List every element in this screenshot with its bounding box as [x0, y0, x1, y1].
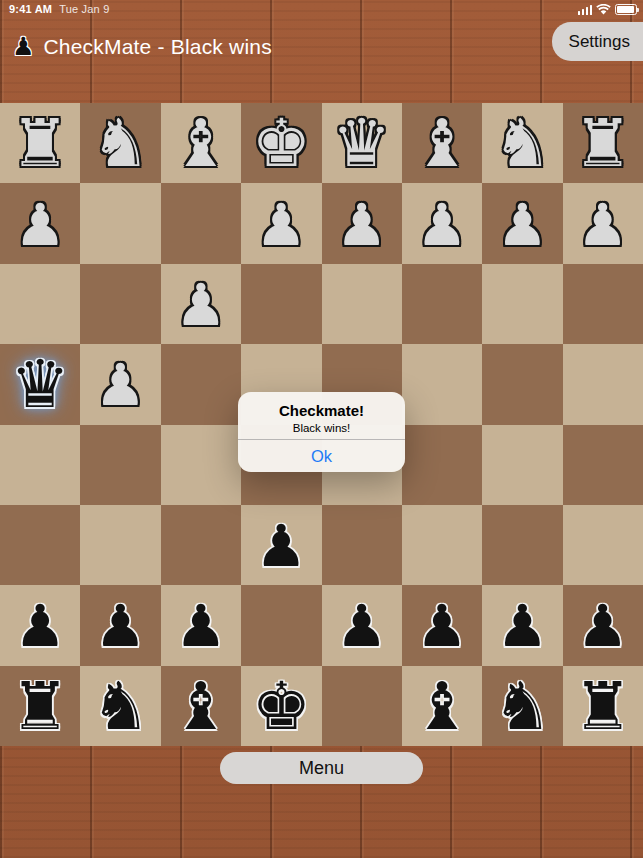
square-a4[interactable] [563, 344, 643, 424]
piece-white-rook: ♜ [11, 111, 70, 177]
piece-black-pawn: ♟ [175, 597, 227, 655]
square-f3[interactable]: ♟ [161, 264, 241, 344]
square-e2[interactable]: ♟ [241, 183, 321, 263]
square-f8[interactable]: ♝ [161, 666, 241, 746]
square-d6[interactable] [322, 505, 402, 585]
piece-black-queen: ♛ [11, 352, 70, 418]
square-f7[interactable]: ♟ [161, 585, 241, 665]
square-c4[interactable] [402, 344, 482, 424]
square-e8[interactable]: ♚ [241, 666, 321, 746]
alert-title: Checkmate! [238, 402, 405, 419]
square-c3[interactable] [402, 264, 482, 344]
piece-black-pawn: ♟ [416, 597, 468, 655]
square-e7[interactable] [241, 585, 321, 665]
piece-black-pawn: ♟ [14, 597, 66, 655]
piece-white-rook: ♜ [573, 111, 632, 177]
square-h3[interactable] [0, 264, 80, 344]
title-wrap: ♟ CheckMate - Black wins [12, 34, 272, 59]
square-b5[interactable] [482, 425, 562, 505]
square-h4[interactable]: ♛ [0, 344, 80, 424]
status-time: 9:41 AM [9, 3, 52, 15]
square-g2[interactable] [80, 183, 160, 263]
piece-black-pawn: ♟ [255, 517, 307, 575]
piece-black-pawn: ♟ [95, 597, 147, 655]
piece-black-pawn: ♟ [496, 597, 548, 655]
square-f1[interactable]: ♝ [161, 103, 241, 183]
square-a5[interactable] [563, 425, 643, 505]
square-c7[interactable]: ♟ [402, 585, 482, 665]
battery-icon [615, 4, 637, 15]
piece-black-pawn: ♟ [336, 597, 388, 655]
piece-white-pawn: ♟ [175, 276, 227, 334]
status-icons [578, 4, 638, 15]
square-b4[interactable] [482, 344, 562, 424]
alert-ok-button[interactable]: Ok [238, 440, 405, 472]
square-b3[interactable] [482, 264, 562, 344]
piece-white-pawn: ♟ [255, 196, 307, 254]
piece-black-knight: ♞ [91, 674, 150, 740]
square-f4[interactable] [161, 344, 241, 424]
status-bar: 9:41 AMTue Jan 9 [0, 0, 643, 20]
square-d8[interactable] [322, 666, 402, 746]
alert-body: Checkmate! Black wins! [238, 392, 405, 439]
piece-white-pawn: ♟ [416, 196, 468, 254]
wifi-icon [596, 4, 611, 15]
square-d2[interactable]: ♟ [322, 183, 402, 263]
square-e6[interactable]: ♟ [241, 505, 321, 585]
square-a3[interactable] [563, 264, 643, 344]
header: ♟ CheckMate - Black wins Settings [0, 20, 643, 82]
square-c1[interactable]: ♝ [402, 103, 482, 183]
square-g5[interactable] [80, 425, 160, 505]
menu-button[interactable]: Menu [220, 752, 423, 784]
piece-black-king: ♚ [252, 674, 311, 740]
piece-white-pawn: ♟ [95, 356, 147, 414]
piece-white-queen: ♛ [332, 111, 391, 177]
square-a7[interactable]: ♟ [563, 585, 643, 665]
piece-black-bishop: ♝ [412, 674, 471, 740]
square-a6[interactable] [563, 505, 643, 585]
square-d7[interactable]: ♟ [322, 585, 402, 665]
status-time-date: 9:41 AMTue Jan 9 [9, 3, 109, 15]
settings-button[interactable]: Settings [552, 22, 643, 61]
square-g1[interactable]: ♞ [80, 103, 160, 183]
square-d1[interactable]: ♛ [322, 103, 402, 183]
square-g7[interactable]: ♟ [80, 585, 160, 665]
square-c2[interactable]: ♟ [402, 183, 482, 263]
square-b7[interactable]: ♟ [482, 585, 562, 665]
square-h8[interactable]: ♜ [0, 666, 80, 746]
square-h7[interactable]: ♟ [0, 585, 80, 665]
square-b1[interactable]: ♞ [482, 103, 562, 183]
square-g3[interactable] [80, 264, 160, 344]
piece-white-bishop: ♝ [171, 111, 230, 177]
piece-black-rook: ♜ [573, 674, 632, 740]
square-g4[interactable]: ♟ [80, 344, 160, 424]
piece-black-pawn: ♟ [577, 597, 629, 655]
square-h1[interactable]: ♜ [0, 103, 80, 183]
square-c6[interactable] [402, 505, 482, 585]
page-title: CheckMate - Black wins [43, 35, 271, 59]
piece-white-knight: ♞ [91, 111, 150, 177]
square-f2[interactable] [161, 183, 241, 263]
checkmate-alert: Checkmate! Black wins! Ok [238, 392, 405, 472]
square-h6[interactable] [0, 505, 80, 585]
square-b6[interactable] [482, 505, 562, 585]
square-h5[interactable] [0, 425, 80, 505]
piece-white-king: ♚ [252, 111, 311, 177]
square-b2[interactable]: ♟ [482, 183, 562, 263]
piece-black-knight: ♞ [493, 674, 552, 740]
app-root: { "game": "chess", "position": { "fen": … [0, 0, 643, 858]
piece-black-bishop: ♝ [171, 674, 230, 740]
square-e1[interactable]: ♚ [241, 103, 321, 183]
piece-white-pawn: ♟ [14, 196, 66, 254]
piece-white-pawn: ♟ [577, 196, 629, 254]
status-date: Tue Jan 9 [59, 3, 109, 15]
square-b8[interactable]: ♞ [482, 666, 562, 746]
square-f6[interactable] [161, 505, 241, 585]
app-pawn-icon: ♟ [12, 34, 34, 59]
piece-white-bishop: ♝ [412, 111, 471, 177]
square-d3[interactable] [322, 264, 402, 344]
square-f5[interactable] [161, 425, 241, 505]
square-c8[interactable]: ♝ [402, 666, 482, 746]
square-a8[interactable]: ♜ [563, 666, 643, 746]
alert-message: Black wins! [238, 422, 405, 434]
piece-black-rook: ♜ [11, 674, 70, 740]
square-g6[interactable] [80, 505, 160, 585]
square-h2[interactable]: ♟ [0, 183, 80, 263]
square-a2[interactable]: ♟ [563, 183, 643, 263]
cellular-signal-icon [578, 5, 593, 15]
square-e3[interactable] [241, 264, 321, 344]
piece-white-pawn: ♟ [496, 196, 548, 254]
piece-white-pawn: ♟ [336, 196, 388, 254]
square-c5[interactable] [402, 425, 482, 505]
square-a1[interactable]: ♜ [563, 103, 643, 183]
piece-white-knight: ♞ [493, 111, 552, 177]
square-g8[interactable]: ♞ [80, 666, 160, 746]
